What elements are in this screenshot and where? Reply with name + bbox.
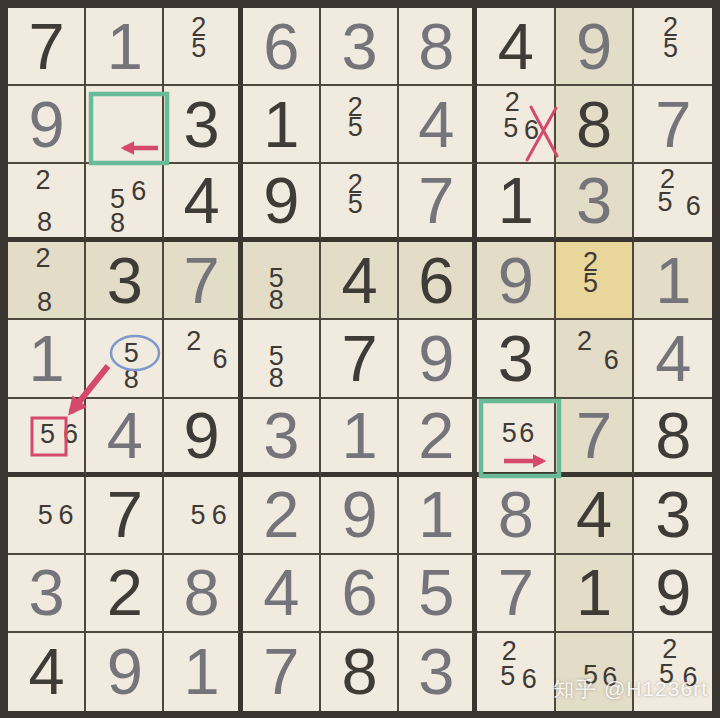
cell-r7c7[interactable]: 8 bbox=[477, 477, 555, 555]
cell-r1c8[interactable]: 9 bbox=[556, 8, 634, 86]
cell-r8c3[interactable]: 8 bbox=[164, 555, 242, 633]
cell-r3c3[interactable]: 4 bbox=[164, 164, 242, 242]
cell-r3c5[interactable]: 25 bbox=[321, 164, 399, 242]
pencil-mark: 6 bbox=[683, 663, 698, 690]
cell-r2c6[interactable]: 4 bbox=[399, 86, 477, 164]
solved-digit: 8 bbox=[498, 482, 533, 547]
solved-digit: 1 bbox=[418, 482, 453, 547]
solved-digit: 9 bbox=[498, 248, 533, 313]
solved-digit: 6 bbox=[341, 560, 376, 625]
solved-digit: 4 bbox=[655, 326, 690, 391]
given-digit: 3 bbox=[183, 92, 218, 157]
sudoku-grid: 7125638492593125425687285684925713256283… bbox=[8, 8, 712, 711]
cell-r8c5[interactable]: 6 bbox=[321, 555, 399, 633]
cell-r7c8[interactable]: 4 bbox=[556, 477, 634, 555]
cell-r8c2[interactable]: 2 bbox=[86, 555, 164, 633]
cell-r9c2[interactable]: 9 bbox=[86, 633, 164, 711]
pencil-mark: 6 bbox=[58, 501, 73, 528]
cell-r3c8[interactable]: 3 bbox=[556, 164, 634, 242]
cell-r6c9[interactable]: 8 bbox=[634, 399, 712, 477]
cell-r4c6[interactable]: 6 bbox=[399, 242, 477, 320]
cell-r5c4[interactable]: 58 bbox=[243, 320, 321, 398]
cell-r4c5[interactable]: 4 bbox=[321, 242, 399, 320]
given-digit: 8 bbox=[655, 403, 690, 468]
pencil-mark: 5 bbox=[191, 501, 206, 528]
pencil-mark: 5 bbox=[658, 188, 673, 215]
sudoku-board: 7125638492593125425687285684925713256283… bbox=[0, 0, 720, 718]
cell-r7c1[interactable]: 56 bbox=[8, 477, 86, 555]
cell-r7c5[interactable]: 9 bbox=[321, 477, 399, 555]
solved-digit: 9 bbox=[576, 14, 611, 79]
cell-r7c6[interactable]: 1 bbox=[399, 477, 477, 555]
cell-r6c4[interactable]: 3 bbox=[243, 399, 321, 477]
pencil-mark: 8 bbox=[124, 366, 139, 393]
cell-r2c9[interactable]: 7 bbox=[634, 86, 712, 164]
cell-r1c4[interactable]: 6 bbox=[243, 8, 321, 86]
cell-r5c7[interactable]: 3 bbox=[477, 320, 555, 398]
solved-digit: 1 bbox=[655, 248, 690, 313]
cell-r5c2[interactable]: 58 bbox=[86, 320, 164, 398]
given-digit: 6 bbox=[418, 248, 453, 313]
cell-r2c5[interactable]: 25 bbox=[321, 86, 399, 164]
pencil-mark: 5 bbox=[500, 662, 515, 689]
solved-digit: 3 bbox=[263, 403, 298, 468]
cell-r9c5[interactable]: 8 bbox=[321, 633, 399, 711]
cell-r5c5[interactable]: 7 bbox=[321, 320, 399, 398]
pencil-mark: 6 bbox=[519, 419, 534, 446]
cell-r4c1[interactable]: 28 bbox=[8, 242, 86, 320]
cell-r5c3[interactable]: 26 bbox=[164, 320, 242, 398]
solved-digit: 7 bbox=[498, 560, 533, 625]
cell-r8c1[interactable]: 3 bbox=[8, 555, 86, 633]
pencil-mark: 5 bbox=[191, 34, 206, 61]
given-digit: 8 bbox=[341, 639, 376, 704]
pencil-mark: 5 bbox=[40, 420, 55, 447]
given-digit: 3 bbox=[655, 482, 690, 547]
pencil-mark: 8 bbox=[269, 365, 284, 392]
cell-r5c6[interactable]: 9 bbox=[399, 320, 477, 398]
cell-r9c6[interactable]: 3 bbox=[399, 633, 477, 711]
cell-r8c9[interactable]: 9 bbox=[634, 555, 712, 633]
pencil-mark: 5 bbox=[348, 190, 363, 217]
solved-digit: 8 bbox=[183, 560, 218, 625]
solved-digit: 7 bbox=[418, 168, 453, 233]
given-digit: 7 bbox=[107, 482, 142, 547]
given-digit: 9 bbox=[183, 403, 218, 468]
pencil-mark: 6 bbox=[524, 117, 539, 144]
solved-digit: 4 bbox=[418, 92, 453, 157]
cell-r5c9[interactable]: 4 bbox=[634, 320, 712, 398]
cell-r6c1[interactable]: 56 bbox=[8, 399, 86, 477]
solved-digit: 7 bbox=[655, 92, 690, 157]
pencil-mark: 2 bbox=[577, 327, 592, 354]
cell-r7c9[interactable]: 3 bbox=[634, 477, 712, 555]
pencil-mark: 6 bbox=[63, 420, 78, 447]
pencil-mark: 2 bbox=[186, 327, 201, 354]
pencil-mark: 5 bbox=[348, 114, 363, 141]
solved-digit: 3 bbox=[418, 639, 453, 704]
given-digit: 4 bbox=[341, 248, 376, 313]
solved-digit: 7 bbox=[183, 248, 218, 313]
solved-digit: 9 bbox=[29, 92, 64, 157]
cell-r6c8[interactable]: 7 bbox=[556, 399, 634, 477]
solved-digit: 1 bbox=[183, 639, 218, 704]
solved-digit: 1 bbox=[107, 14, 142, 79]
solved-digit: 3 bbox=[576, 168, 611, 233]
solved-digit: 7 bbox=[576, 403, 611, 468]
cell-r9c7[interactable]: 256 bbox=[477, 633, 555, 711]
solved-digit: 3 bbox=[341, 14, 376, 79]
cell-r2c7[interactable]: 256 bbox=[477, 86, 555, 164]
solved-digit: 2 bbox=[418, 403, 453, 468]
given-digit: 9 bbox=[655, 560, 690, 625]
pencil-mark: 6 bbox=[686, 192, 701, 219]
given-digit: 4 bbox=[576, 482, 611, 547]
cell-r4c9[interactable]: 1 bbox=[634, 242, 712, 320]
cell-r6c7[interactable]: 56 bbox=[477, 399, 555, 477]
cell-r1c7[interactable]: 4 bbox=[477, 8, 555, 86]
pencil-mark: 8 bbox=[37, 208, 52, 235]
solved-digit: 7 bbox=[263, 639, 298, 704]
cell-r4c8[interactable]: 25 bbox=[556, 242, 634, 320]
pencil-mark: 6 bbox=[131, 178, 146, 205]
solved-digit: 1 bbox=[29, 326, 64, 391]
solved-digit: 5 bbox=[418, 560, 453, 625]
given-digit: 7 bbox=[341, 326, 376, 391]
given-digit: 9 bbox=[263, 168, 298, 233]
pencil-mark: 5 bbox=[583, 270, 598, 297]
cell-r8c8[interactable]: 1 bbox=[556, 555, 634, 633]
pencil-mark: 6 bbox=[522, 665, 537, 692]
cell-r9c3[interactable]: 1 bbox=[164, 633, 242, 711]
cell-r1c1[interactable]: 7 bbox=[8, 8, 86, 86]
pencil-mark: 8 bbox=[269, 287, 284, 314]
solved-digit: 9 bbox=[107, 639, 142, 704]
pencil-mark: 8 bbox=[37, 289, 52, 316]
cell-r8c7[interactable]: 7 bbox=[477, 555, 555, 633]
given-digit: 1 bbox=[263, 92, 298, 157]
cell-r6c2[interactable]: 4 bbox=[86, 399, 164, 477]
cell-r3c2[interactable]: 568 bbox=[86, 164, 164, 242]
pencil-mark: 5 bbox=[659, 661, 674, 688]
cell-r2c2[interactable] bbox=[86, 86, 164, 164]
cell-r2c8[interactable]: 8 bbox=[556, 86, 634, 164]
solved-digit: 4 bbox=[263, 560, 298, 625]
cell-r5c8[interactable]: 26 bbox=[556, 320, 634, 398]
solved-digit: 8 bbox=[418, 14, 453, 79]
cell-r2c1[interactable]: 9 bbox=[8, 86, 86, 164]
cell-r5c1[interactable]: 1 bbox=[8, 320, 86, 398]
pencil-mark: 6 bbox=[213, 346, 228, 373]
given-digit: 7 bbox=[29, 14, 64, 79]
pencil-mark: 5 bbox=[502, 419, 517, 446]
solved-digit: 9 bbox=[418, 326, 453, 391]
solved-digit: 4 bbox=[107, 403, 142, 468]
cell-r9c8[interactable]: 56 bbox=[556, 633, 634, 711]
given-digit: 4 bbox=[29, 639, 64, 704]
cell-r6c5[interactable]: 1 bbox=[321, 399, 399, 477]
cell-r1c6[interactable]: 8 bbox=[399, 8, 477, 86]
cell-r1c3[interactable]: 25 bbox=[164, 8, 242, 86]
given-digit: 8 bbox=[576, 92, 611, 157]
pencil-mark: 2 bbox=[36, 166, 51, 193]
pencil-mark: 6 bbox=[602, 663, 617, 690]
cell-r3c9[interactable]: 256 bbox=[634, 164, 712, 242]
cell-r2c3[interactable]: 3 bbox=[164, 86, 242, 164]
cell-r7c4[interactable]: 2 bbox=[243, 477, 321, 555]
given-digit: 2 bbox=[107, 560, 142, 625]
pencil-mark: 6 bbox=[212, 501, 227, 528]
cell-r3c7[interactable]: 1 bbox=[477, 164, 555, 242]
cell-r1c9[interactable]: 25 bbox=[634, 8, 712, 86]
given-digit: 4 bbox=[498, 14, 533, 79]
cell-r4c2[interactable]: 3 bbox=[86, 242, 164, 320]
cell-r9c9[interactable]: 256 bbox=[634, 633, 712, 711]
cell-r7c3[interactable]: 56 bbox=[164, 477, 242, 555]
cell-r8c6[interactable]: 5 bbox=[399, 555, 477, 633]
given-digit: 3 bbox=[498, 326, 533, 391]
solved-digit: 3 bbox=[29, 560, 64, 625]
cell-r1c5[interactable]: 3 bbox=[321, 8, 399, 86]
cell-r8c4[interactable]: 4 bbox=[243, 555, 321, 633]
cell-r3c6[interactable]: 7 bbox=[399, 164, 477, 242]
cell-r3c4[interactable]: 9 bbox=[243, 164, 321, 242]
pencil-mark: 5 bbox=[503, 114, 518, 141]
cell-r4c7[interactable]: 9 bbox=[477, 242, 555, 320]
cell-r9c1[interactable]: 4 bbox=[8, 633, 86, 711]
cell-r6c6[interactable]: 2 bbox=[399, 399, 477, 477]
pencil-mark: 8 bbox=[110, 209, 125, 236]
cell-r7c2[interactable]: 7 bbox=[86, 477, 164, 555]
solved-digit: 2 bbox=[263, 482, 298, 547]
pencil-mark: 5 bbox=[583, 662, 598, 689]
given-digit: 1 bbox=[498, 168, 533, 233]
pencil-mark: 5 bbox=[663, 34, 678, 61]
cell-r9c4[interactable]: 7 bbox=[243, 633, 321, 711]
pencil-mark: 5 bbox=[38, 501, 53, 528]
cell-r4c4[interactable]: 58 bbox=[243, 242, 321, 320]
solved-digit: 6 bbox=[263, 14, 298, 79]
solved-digit: 1 bbox=[341, 403, 376, 468]
cell-r3c1[interactable]: 28 bbox=[8, 164, 86, 242]
given-digit: 3 bbox=[107, 248, 142, 313]
pencil-mark: 6 bbox=[604, 347, 619, 374]
pencil-mark: 2 bbox=[36, 245, 51, 272]
solved-digit: 9 bbox=[341, 482, 376, 547]
given-digit: 4 bbox=[183, 168, 218, 233]
given-digit: 1 bbox=[576, 560, 611, 625]
cell-r2c4[interactable]: 1 bbox=[243, 86, 321, 164]
cell-r1c2[interactable]: 1 bbox=[86, 8, 164, 86]
cell-r6c3[interactable]: 9 bbox=[164, 399, 242, 477]
cell-r4c3[interactable]: 7 bbox=[164, 242, 242, 320]
